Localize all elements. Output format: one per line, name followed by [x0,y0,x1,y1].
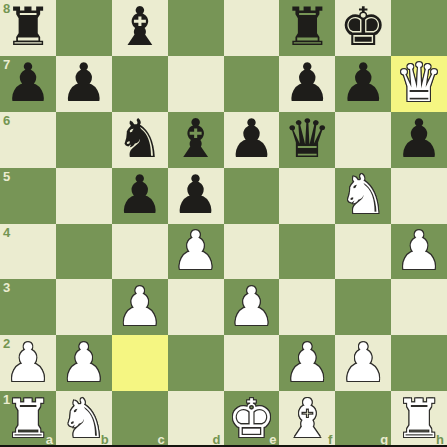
square-h3[interactable] [391,279,447,335]
square-b2[interactable]: ♟ [56,335,112,391]
square-h2[interactable] [391,335,447,391]
piece-white-pawn[interactable]: ♟ [60,335,108,390]
square-b6[interactable] [56,112,112,168]
square-h5[interactable] [391,168,447,224]
square-b8[interactable] [56,0,112,56]
square-e5[interactable] [224,168,280,224]
square-d6[interactable]: ♝ [168,112,224,168]
piece-black-bishop[interactable]: ♝ [116,0,164,54]
square-d1[interactable]: d [168,391,224,447]
square-g2[interactable]: ♟ [335,335,391,391]
square-c5[interactable]: ♟ [112,168,168,224]
square-e2[interactable] [224,335,280,391]
piece-white-pawn[interactable]: ♟ [116,279,164,334]
square-d2[interactable] [168,335,224,391]
piece-black-rook[interactable]: ♜ [284,0,332,54]
piece-white-pawn[interactable]: ♟ [395,223,443,278]
piece-black-pawn[interactable]: ♟ [339,55,387,110]
square-f6[interactable]: ♛ [279,112,335,168]
square-d3[interactable] [168,279,224,335]
square-a7[interactable]: 7♟ [0,56,56,112]
square-a1[interactable]: 1a♜ [0,391,56,447]
piece-white-rook[interactable]: ♜ [395,391,443,446]
piece-white-rook[interactable]: ♜ [4,391,52,446]
square-h4[interactable]: ♟ [391,224,447,280]
piece-black-pawn[interactable]: ♟ [172,167,220,222]
square-f7[interactable]: ♟ [279,56,335,112]
piece-black-pawn[interactable]: ♟ [395,111,443,166]
piece-white-king[interactable]: ♚ [228,391,276,446]
square-d5[interactable]: ♟ [168,168,224,224]
piece-white-knight[interactable]: ♞ [339,167,387,222]
square-f3[interactable] [279,279,335,335]
square-g1[interactable]: g [335,391,391,447]
square-g7[interactable]: ♟ [335,56,391,112]
square-b7[interactable]: ♟ [56,56,112,112]
square-e3[interactable]: ♟ [224,279,280,335]
piece-black-pawn[interactable]: ♟ [4,55,52,110]
piece-white-pawn[interactable]: ♟ [339,335,387,390]
square-e7[interactable] [224,56,280,112]
piece-white-pawn[interactable]: ♟ [4,335,52,390]
square-d4[interactable]: ♟ [168,224,224,280]
square-e1[interactable]: e♚ [224,391,280,447]
square-f2[interactable]: ♟ [279,335,335,391]
piece-black-knight[interactable]: ♞ [116,111,164,166]
square-c4[interactable] [112,224,168,280]
rank-label-3: 3 [3,280,10,295]
square-b5[interactable] [56,168,112,224]
square-c3[interactable]: ♟ [112,279,168,335]
piece-black-pawn[interactable]: ♟ [116,167,164,222]
piece-black-queen[interactable]: ♛ [284,111,332,166]
square-g5[interactable]: ♞ [335,168,391,224]
piece-black-pawn[interactable]: ♟ [284,55,332,110]
square-d7[interactable] [168,56,224,112]
rank-label-4: 4 [3,225,10,240]
piece-white-queen[interactable]: ♛ [395,55,443,110]
square-e6[interactable]: ♟ [224,112,280,168]
square-e8[interactable] [224,0,280,56]
square-h6[interactable]: ♟ [391,112,447,168]
square-a3[interactable]: 3 [0,279,56,335]
piece-black-pawn[interactable]: ♟ [228,111,276,166]
square-g6[interactable] [335,112,391,168]
piece-white-pawn[interactable]: ♟ [228,279,276,334]
square-g8[interactable]: ♚ [335,0,391,56]
square-g3[interactable] [335,279,391,335]
square-b3[interactable] [56,279,112,335]
square-h8[interactable] [391,0,447,56]
square-e4[interactable] [224,224,280,280]
square-a2[interactable]: 2♟ [0,335,56,391]
square-f8[interactable]: ♜ [279,0,335,56]
piece-black-king[interactable]: ♚ [339,0,387,54]
rank-label-5: 5 [3,169,10,184]
chess-board: 8♜♝♜♚7♟♟♟♟♛6♞♝♟♛♟5♟♟♞4♟♟3♟♟2♟♟♟♟1a♜b♞cde… [0,0,447,447]
square-f4[interactable] [279,224,335,280]
square-g4[interactable] [335,224,391,280]
square-c7[interactable] [112,56,168,112]
square-h1[interactable]: h♜ [391,391,447,447]
square-d8[interactable] [168,0,224,56]
square-a6[interactable]: 6 [0,112,56,168]
piece-white-knight[interactable]: ♞ [60,391,108,446]
square-f5[interactable] [279,168,335,224]
piece-white-pawn[interactable]: ♟ [284,335,332,390]
square-b1[interactable]: b♞ [56,391,112,447]
piece-black-bishop[interactable]: ♝ [172,111,220,166]
square-b4[interactable] [56,224,112,280]
piece-white-pawn[interactable]: ♟ [172,223,220,278]
piece-black-rook[interactable]: ♜ [4,0,52,54]
square-c6[interactable]: ♞ [112,112,168,168]
square-a8[interactable]: 8♜ [0,0,56,56]
square-c2[interactable] [112,335,168,391]
square-c1[interactable]: c [112,391,168,447]
square-f1[interactable]: f♝ [279,391,335,447]
piece-white-bishop[interactable]: ♝ [284,391,332,446]
piece-black-pawn[interactable]: ♟ [60,55,108,110]
rank-label-6: 6 [3,113,10,128]
square-a5[interactable]: 5 [0,168,56,224]
square-h7[interactable]: ♛ [391,56,447,112]
square-c8[interactable]: ♝ [112,0,168,56]
square-a4[interactable]: 4 [0,224,56,280]
